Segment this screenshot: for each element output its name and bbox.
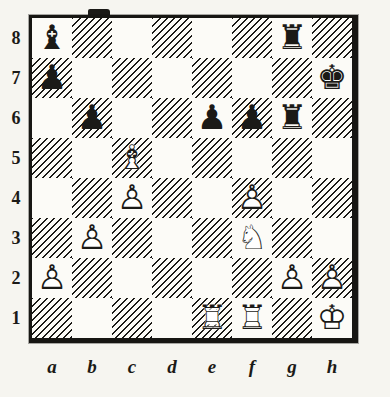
file-label-h: h: [312, 356, 352, 378]
black-king-h7[interactable]: ♚: [312, 58, 352, 98]
piece-outline: ♔: [317, 300, 347, 334]
square-e4[interactable]: [192, 178, 232, 218]
white-king-h1[interactable]: ♚♔: [312, 298, 352, 338]
black-rook-g8[interactable]: ♜: [272, 18, 312, 58]
piece-glyph: ♜: [277, 100, 307, 134]
white-pawn-b3[interactable]: ♟♙: [72, 218, 112, 258]
square-e3[interactable]: [192, 218, 232, 258]
square-a7[interactable]: ♟: [32, 58, 72, 98]
square-e8[interactable]: [192, 18, 232, 58]
white-pawn-f4[interactable]: ♟♙: [232, 178, 272, 218]
piece-glyph: ♟: [237, 100, 267, 134]
square-d1[interactable]: [152, 298, 192, 338]
piece-outline: ♗: [117, 140, 147, 174]
file-label-c: c: [112, 356, 152, 378]
piece-outline: ♙: [117, 180, 147, 214]
rank-labels: 87654321: [4, 18, 28, 338]
rank-label-1: 1: [4, 298, 28, 338]
white-rook-e1[interactable]: ♜♖: [192, 298, 232, 338]
square-a3[interactable]: [32, 218, 72, 258]
square-c8[interactable]: [112, 18, 152, 58]
square-h1[interactable]: ♚♔: [312, 298, 352, 338]
white-knight-f3[interactable]: ♞♘: [232, 218, 272, 258]
square-e1[interactable]: ♜♖: [192, 298, 232, 338]
square-a5[interactable]: [32, 138, 72, 178]
piece-glyph: ♟: [37, 60, 67, 94]
piece-glyph: ♝: [37, 20, 67, 54]
square-a6[interactable]: [32, 98, 72, 138]
white-pawn-g2[interactable]: ♟♙: [272, 258, 312, 298]
square-d7[interactable]: [152, 58, 192, 98]
piece-outline: ♙: [37, 260, 67, 294]
black-pawn-b6[interactable]: ♟: [72, 98, 112, 138]
piece-outline: ♙: [277, 260, 307, 294]
white-bishop-c5[interactable]: ♝♗: [112, 138, 152, 178]
piece-glyph: ♚: [317, 60, 347, 94]
square-d2[interactable]: [152, 258, 192, 298]
square-h7[interactable]: ♚: [312, 58, 352, 98]
square-b2[interactable]: [72, 258, 112, 298]
file-label-g: g: [272, 356, 312, 378]
square-c4[interactable]: ♟♙: [112, 178, 152, 218]
square-g5[interactable]: [272, 138, 312, 178]
file-label-d: d: [152, 356, 192, 378]
file-labels: abcdefgh: [32, 356, 352, 378]
square-e2[interactable]: [192, 258, 232, 298]
square-b6[interactable]: ♟: [72, 98, 112, 138]
square-f3[interactable]: ♞♘: [232, 218, 272, 258]
square-h2[interactable]: ♟♙: [312, 258, 352, 298]
square-f8[interactable]: [232, 18, 272, 58]
chess-diagram: 87654321 ♝♜♟♚♟♟♟♜♝♗♟♙♟♙♟♙♞♘♟♙♟♙♟♙♜♖♜♖♚♔ …: [0, 0, 390, 397]
piece-outline: ♘: [237, 220, 267, 254]
black-pawn-e6[interactable]: ♟: [192, 98, 232, 138]
piece-outline: ♖: [197, 300, 227, 334]
square-d3[interactable]: [152, 218, 192, 258]
square-a4[interactable]: [32, 178, 72, 218]
square-f4[interactable]: ♟♙: [232, 178, 272, 218]
square-b7[interactable]: [72, 58, 112, 98]
black-pawn-f6[interactable]: ♟: [232, 98, 272, 138]
square-g2[interactable]: ♟♙: [272, 258, 312, 298]
rank-label-7: 7: [4, 58, 28, 98]
square-g1[interactable]: [272, 298, 312, 338]
rank-label-5: 5: [4, 138, 28, 178]
square-e6[interactable]: ♟: [192, 98, 232, 138]
piece-glyph: ♟: [77, 100, 107, 134]
square-g8[interactable]: ♜: [272, 18, 312, 58]
square-f6[interactable]: ♟: [232, 98, 272, 138]
file-label-b: b: [72, 356, 112, 378]
file-label-e: e: [192, 356, 232, 378]
square-b5[interactable]: [72, 138, 112, 178]
piece-glyph: ♟: [197, 100, 227, 134]
piece-outline: ♙: [237, 180, 267, 214]
chess-board: ♝♜♟♚♟♟♟♜♝♗♟♙♟♙♟♙♞♘♟♙♟♙♟♙♜♖♜♖♚♔: [32, 18, 352, 338]
white-pawn-c4[interactable]: ♟♙: [112, 178, 152, 218]
black-bishop-a8[interactable]: ♝: [32, 18, 72, 58]
square-c5[interactable]: ♝♗: [112, 138, 152, 178]
square-c7[interactable]: [112, 58, 152, 98]
square-d5[interactable]: [152, 138, 192, 178]
square-e7[interactable]: [192, 58, 232, 98]
square-h8[interactable]: [312, 18, 352, 58]
square-e5[interactable]: [192, 138, 232, 178]
square-g4[interactable]: [272, 178, 312, 218]
square-f2[interactable]: [232, 258, 272, 298]
square-g7[interactable]: [272, 58, 312, 98]
square-b1[interactable]: [72, 298, 112, 338]
rank-label-6: 6: [4, 98, 28, 138]
piece-outline: ♙: [77, 220, 107, 254]
square-h5[interactable]: [312, 138, 352, 178]
black-pawn-a7[interactable]: ♟: [32, 58, 72, 98]
square-f1[interactable]: ♜♖: [232, 298, 272, 338]
white-pawn-h2[interactable]: ♟♙: [312, 258, 352, 298]
square-h3[interactable]: [312, 218, 352, 258]
square-d6[interactable]: [152, 98, 192, 138]
square-f5[interactable]: [232, 138, 272, 178]
square-c2[interactable]: [112, 258, 152, 298]
black-rook-g6[interactable]: ♜: [272, 98, 312, 138]
square-g6[interactable]: ♜: [272, 98, 312, 138]
file-label-f: f: [232, 356, 272, 378]
square-d4[interactable]: [152, 178, 192, 218]
square-a2[interactable]: ♟♙: [32, 258, 72, 298]
square-a8[interactable]: ♝: [32, 18, 72, 58]
square-b3[interactable]: ♟♙: [72, 218, 112, 258]
board-frame: ♝♜♟♚♟♟♟♜♝♗♟♙♟♙♟♙♞♘♟♙♟♙♟♙♜♖♜♖♚♔: [29, 15, 358, 343]
piece-outline: ♖: [237, 300, 267, 334]
rank-label-2: 2: [4, 258, 28, 298]
square-b8[interactable]: [72, 18, 112, 58]
white-pawn-a2[interactable]: ♟♙: [32, 258, 72, 298]
piece-glyph: ♜: [277, 20, 307, 54]
square-d8[interactable]: [152, 18, 192, 58]
square-h4[interactable]: [312, 178, 352, 218]
white-rook-f1[interactable]: ♜♖: [232, 298, 272, 338]
square-c6[interactable]: [112, 98, 152, 138]
rank-label-4: 4: [4, 178, 28, 218]
rank-label-3: 3: [4, 218, 28, 258]
square-b4[interactable]: [72, 178, 112, 218]
square-g3[interactable]: [272, 218, 312, 258]
square-c1[interactable]: [112, 298, 152, 338]
file-label-a: a: [32, 356, 72, 378]
square-f7[interactable]: [232, 58, 272, 98]
square-h6[interactable]: [312, 98, 352, 138]
piece-outline: ♙: [317, 260, 347, 294]
square-c3[interactable]: [112, 218, 152, 258]
square-a1[interactable]: [32, 298, 72, 338]
rank-label-8: 8: [4, 18, 28, 58]
